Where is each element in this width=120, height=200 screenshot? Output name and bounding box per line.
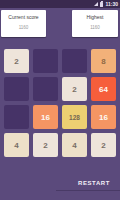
- tile-16: 16: [91, 105, 116, 129]
- highest-score-value: 1160: [72, 25, 118, 30]
- tile-2: 2: [33, 133, 58, 157]
- tile-16: 16: [33, 105, 58, 129]
- status-bar: 11:30: [0, 0, 120, 8]
- app-screen: 11:30 Current score 1160 Highest 1160 28…: [0, 0, 120, 200]
- tile-128: 128: [62, 105, 87, 129]
- current-score-value: 1160: [1, 25, 46, 30]
- restart-button[interactable]: RESTART: [72, 176, 116, 189]
- highest-score-label: Highest: [72, 14, 118, 20]
- score-card-highest: Highest 1160: [72, 10, 118, 37]
- empty-cell: [4, 77, 29, 101]
- button-divider: [56, 190, 120, 191]
- battery-icon: [100, 2, 103, 7]
- board[interactable]: 2826416128164242: [4, 49, 116, 157]
- tile-64: 64: [91, 77, 116, 101]
- tile-4: 4: [62, 133, 87, 157]
- tile-2: 2: [4, 49, 29, 73]
- tile-2: 2: [91, 133, 116, 157]
- empty-cell: [4, 105, 29, 129]
- tile-2: 2: [62, 77, 87, 101]
- empty-cell: [33, 77, 58, 101]
- clock-text: 11:30: [105, 0, 118, 8]
- empty-cell: [33, 49, 58, 73]
- tile-8: 8: [91, 49, 116, 73]
- signal-icon: [94, 2, 98, 6]
- tile-4: 4: [4, 133, 29, 157]
- current-score-label: Current score: [1, 14, 46, 20]
- empty-cell: [62, 49, 87, 73]
- score-card-current: Current score 1160: [1, 10, 46, 37]
